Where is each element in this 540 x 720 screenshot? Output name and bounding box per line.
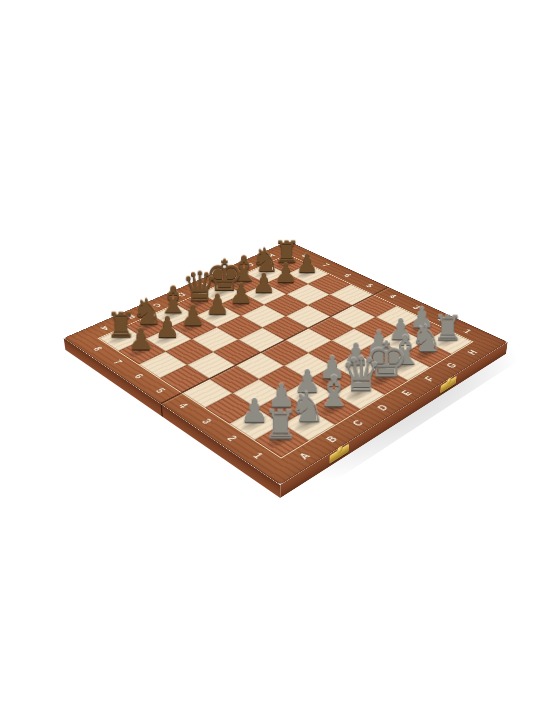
chess-board: ABCDEFGH ABCDEFGH 12345678 12345678 ♜♞♝♛…	[64, 241, 508, 485]
white-rook-a1[interactable]: ♜	[261, 366, 299, 440]
black-pawn-a7[interactable]: ♟	[124, 286, 158, 351]
product-photo: ABCDEFGH ABCDEFGH 12345678 12345678 ♜♞♝♛…	[0, 0, 540, 720]
